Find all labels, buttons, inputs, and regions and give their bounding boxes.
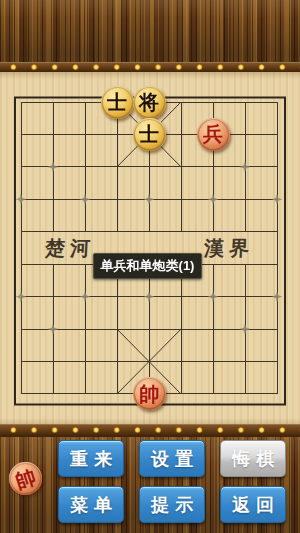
bottom-control-panel: 帥 重来设置悔棋菜单提示返回 xyxy=(0,437,300,533)
piece-black-advisor-2[interactable]: 士 xyxy=(133,118,166,151)
settings-button[interactable]: 设置 xyxy=(139,440,205,477)
piece-red-soldier[interactable]: 兵 xyxy=(197,118,230,151)
piece-red-general[interactable]: 帥 xyxy=(133,377,166,410)
hint-button[interactable]: 提示 xyxy=(139,486,205,523)
turn-indicator-char: 帥 xyxy=(13,466,38,491)
stud-band-bottom xyxy=(0,424,300,437)
board-area: 楚河 漢界 士将士兵帥 单兵和单炮类(1) xyxy=(0,72,300,424)
board[interactable]: 士将士兵帥 xyxy=(5,86,293,410)
menu-button[interactable]: 菜单 xyxy=(58,486,124,523)
level-tooltip: 单兵和单炮类(1) xyxy=(93,253,202,279)
back-button[interactable]: 返回 xyxy=(220,486,286,523)
turn-indicator-piece: 帥 xyxy=(5,458,47,500)
piece-black-advisor-1[interactable]: 士 xyxy=(101,86,134,119)
piece-black-general[interactable]: 将 xyxy=(133,86,166,119)
xiangqi-app-screen: 楚河 漢界 士将士兵帥 单兵和单炮类(1) 帥 重来设置悔棋菜单提示返回 xyxy=(0,0,300,533)
undo-button[interactable]: 悔棋 xyxy=(220,440,286,477)
restart-button[interactable]: 重来 xyxy=(58,440,124,477)
top-wood-panel xyxy=(0,0,300,62)
control-buttons: 重来设置悔棋菜单提示返回 xyxy=(58,440,286,523)
